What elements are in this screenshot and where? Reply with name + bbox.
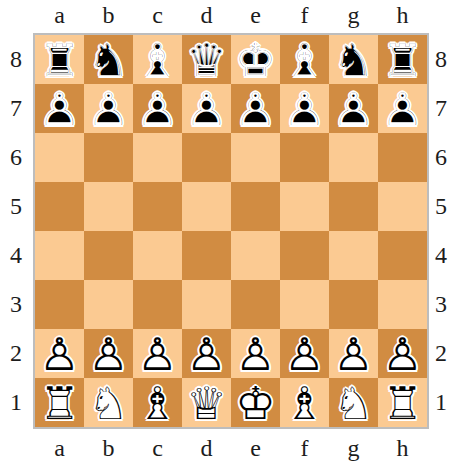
piece-outline-glyph: ♖ bbox=[378, 36, 427, 85]
piece-outline-glyph: ♗ bbox=[280, 379, 329, 428]
piece-outline-glyph: ♙ bbox=[84, 330, 133, 379]
piece-outline-glyph: ♙ bbox=[182, 330, 231, 379]
piece-wP-h2[interactable]: ♟♙ bbox=[378, 329, 427, 378]
square-h7[interactable]: ♟♙ bbox=[378, 84, 427, 133]
piece-outline-glyph: ♙ bbox=[329, 85, 378, 134]
piece-bP-f7[interactable]: ♟♙ bbox=[280, 84, 329, 133]
piece-wN-g1[interactable]: ♞♘ bbox=[329, 378, 378, 427]
square-d7[interactable]: ♟♙ bbox=[182, 84, 231, 133]
piece-wQ-d1[interactable]: ♛♕ bbox=[182, 378, 231, 427]
file-label-a: a bbox=[35, 0, 84, 31]
piece-wB-f1[interactable]: ♝♗ bbox=[280, 378, 329, 427]
rank-label-8: 8 bbox=[2, 35, 30, 84]
rank-label-3: 3 bbox=[2, 280, 30, 329]
square-c4[interactable] bbox=[133, 231, 182, 280]
piece-bR-h8[interactable]: ♜♖ bbox=[378, 35, 427, 84]
square-h5[interactable] bbox=[378, 182, 427, 231]
chess-diagram: abcdefgh abcdefgh 87654321 87654321 ♜♖♞♘… bbox=[0, 0, 474, 474]
square-b7[interactable]: ♟♙ bbox=[84, 84, 133, 133]
square-d5[interactable] bbox=[182, 182, 231, 231]
square-d6[interactable] bbox=[182, 133, 231, 182]
file-label-b: b bbox=[84, 0, 133, 31]
piece-outline-glyph: ♙ bbox=[133, 85, 182, 134]
square-d1[interactable]: ♛♕ bbox=[182, 378, 231, 427]
piece-outline-glyph: ♕ bbox=[182, 379, 231, 428]
square-b6[interactable] bbox=[84, 133, 133, 182]
piece-wB-c1[interactable]: ♝♗ bbox=[133, 378, 182, 427]
piece-outline-glyph: ♙ bbox=[84, 85, 133, 134]
file-label-e: e bbox=[231, 431, 280, 465]
piece-bP-b7[interactable]: ♟♙ bbox=[84, 84, 133, 133]
square-g4[interactable] bbox=[329, 231, 378, 280]
piece-bN-b8[interactable]: ♞♘ bbox=[84, 35, 133, 84]
file-label-a: a bbox=[35, 431, 84, 465]
piece-wP-g2[interactable]: ♟♙ bbox=[329, 329, 378, 378]
square-d8[interactable]: ♛♕ bbox=[182, 35, 231, 84]
rank-label-7: 7 bbox=[2, 84, 30, 133]
square-c7[interactable]: ♟♙ bbox=[133, 84, 182, 133]
piece-bN-g8[interactable]: ♞♘ bbox=[329, 35, 378, 84]
piece-outline-glyph: ♙ bbox=[231, 330, 280, 379]
file-label-f: f bbox=[280, 431, 329, 465]
piece-outline-glyph: ♕ bbox=[182, 36, 231, 85]
piece-outline-glyph: ♙ bbox=[378, 330, 427, 379]
piece-outline-glyph: ♗ bbox=[280, 36, 329, 85]
piece-outline-glyph: ♙ bbox=[35, 330, 84, 379]
square-a5[interactable] bbox=[35, 182, 84, 231]
square-f7[interactable]: ♟♙ bbox=[280, 84, 329, 133]
piece-wR-a1[interactable]: ♜♖ bbox=[35, 378, 84, 427]
file-label-h: h bbox=[378, 0, 427, 31]
square-c5[interactable] bbox=[133, 182, 182, 231]
square-c8[interactable]: ♝♗ bbox=[133, 35, 182, 84]
square-e8[interactable]: ♚♔ bbox=[231, 35, 280, 84]
square-a6[interactable] bbox=[35, 133, 84, 182]
file-label-g: g bbox=[329, 0, 378, 31]
piece-wN-b1[interactable]: ♞♘ bbox=[84, 378, 133, 427]
file-labels-top: abcdefgh bbox=[35, 0, 427, 31]
piece-outline-glyph: ♘ bbox=[329, 36, 378, 85]
rank-label-1: 1 bbox=[427, 378, 455, 427]
file-label-e: e bbox=[231, 0, 280, 31]
piece-bK-e8[interactable]: ♚♔ bbox=[231, 35, 280, 84]
rank-label-1: 1 bbox=[2, 378, 30, 427]
square-b4[interactable] bbox=[84, 231, 133, 280]
piece-outline-glyph: ♔ bbox=[231, 36, 280, 85]
rank-label-4: 4 bbox=[427, 231, 455, 280]
piece-outline-glyph: ♖ bbox=[35, 36, 84, 85]
rank-label-6: 6 bbox=[427, 133, 455, 182]
square-g8[interactable]: ♞♘ bbox=[329, 35, 378, 84]
rank-label-5: 5 bbox=[2, 182, 30, 231]
square-b5[interactable] bbox=[84, 182, 133, 231]
piece-bP-h7[interactable]: ♟♙ bbox=[378, 84, 427, 133]
square-d3[interactable] bbox=[182, 280, 231, 329]
square-g1[interactable]: ♞♘ bbox=[329, 378, 378, 427]
chess-board: ♜♖♞♘♝♗♛♕♚♔♝♗♞♘♜♖♟♙♟♙♟♙♟♙♟♙♟♙♟♙♟♙♟♙♟♙♟♙♟♙… bbox=[33, 33, 429, 429]
square-g5[interactable] bbox=[329, 182, 378, 231]
piece-wR-h1[interactable]: ♜♖ bbox=[378, 378, 427, 427]
file-label-b: b bbox=[84, 431, 133, 465]
square-a4[interactable] bbox=[35, 231, 84, 280]
file-label-c: c bbox=[133, 431, 182, 465]
rank-labels-left: 87654321 bbox=[2, 35, 30, 427]
piece-outline-glyph: ♙ bbox=[133, 330, 182, 379]
square-h3[interactable] bbox=[378, 280, 427, 329]
square-h6[interactable] bbox=[378, 133, 427, 182]
piece-bB-f8[interactable]: ♝♗ bbox=[280, 35, 329, 84]
square-a8[interactable]: ♜♖ bbox=[35, 35, 84, 84]
piece-outline-glyph: ♗ bbox=[133, 379, 182, 428]
rank-label-3: 3 bbox=[427, 280, 455, 329]
piece-bP-d7[interactable]: ♟♙ bbox=[182, 84, 231, 133]
piece-wK-e1[interactable]: ♚♔ bbox=[231, 378, 280, 427]
rank-label-2: 2 bbox=[427, 329, 455, 378]
square-c3[interactable] bbox=[133, 280, 182, 329]
piece-outline-glyph: ♗ bbox=[133, 36, 182, 85]
rank-label-4: 4 bbox=[2, 231, 30, 280]
piece-bP-c7[interactable]: ♟♙ bbox=[133, 84, 182, 133]
square-d4[interactable] bbox=[182, 231, 231, 280]
rank-label-2: 2 bbox=[2, 329, 30, 378]
square-b8[interactable]: ♞♘ bbox=[84, 35, 133, 84]
square-g3[interactable] bbox=[329, 280, 378, 329]
square-e3[interactable] bbox=[231, 280, 280, 329]
piece-wP-a2[interactable]: ♟♙ bbox=[35, 329, 84, 378]
piece-bR-a8[interactable]: ♜♖ bbox=[35, 35, 84, 84]
square-a3[interactable] bbox=[35, 280, 84, 329]
square-h2[interactable]: ♟♙ bbox=[378, 329, 427, 378]
file-label-h: h bbox=[378, 431, 427, 465]
piece-outline-glyph: ♙ bbox=[378, 85, 427, 134]
piece-wP-e2[interactable]: ♟♙ bbox=[231, 329, 280, 378]
piece-bB-c8[interactable]: ♝♗ bbox=[133, 35, 182, 84]
square-f8[interactable]: ♝♗ bbox=[280, 35, 329, 84]
piece-outline-glyph: ♖ bbox=[378, 379, 427, 428]
square-g7[interactable]: ♟♙ bbox=[329, 84, 378, 133]
square-g2[interactable]: ♟♙ bbox=[329, 329, 378, 378]
piece-wP-d2[interactable]: ♟♙ bbox=[182, 329, 231, 378]
file-label-c: c bbox=[133, 0, 182, 31]
square-e1[interactable]: ♚♔ bbox=[231, 378, 280, 427]
square-h8[interactable]: ♜♖ bbox=[378, 35, 427, 84]
square-a1[interactable]: ♜♖ bbox=[35, 378, 84, 427]
piece-outline-glyph: ♙ bbox=[182, 85, 231, 134]
piece-outline-glyph: ♙ bbox=[280, 85, 329, 134]
piece-bP-a7[interactable]: ♟♙ bbox=[35, 84, 84, 133]
piece-outline-glyph: ♘ bbox=[84, 379, 133, 428]
square-g6[interactable] bbox=[329, 133, 378, 182]
square-e5[interactable] bbox=[231, 182, 280, 231]
rank-label-6: 6 bbox=[2, 133, 30, 182]
file-labels-bottom: abcdefgh bbox=[35, 431, 427, 465]
piece-wP-c2[interactable]: ♟♙ bbox=[133, 329, 182, 378]
square-f4[interactable] bbox=[280, 231, 329, 280]
square-f2[interactable]: ♟♙ bbox=[280, 329, 329, 378]
piece-outline-glyph: ♙ bbox=[231, 85, 280, 134]
piece-outline-glyph: ♙ bbox=[280, 330, 329, 379]
piece-bP-e7[interactable]: ♟♙ bbox=[231, 84, 280, 133]
piece-outline-glyph: ♘ bbox=[329, 379, 378, 428]
piece-bQ-d8[interactable]: ♛♕ bbox=[182, 35, 231, 84]
square-h4[interactable] bbox=[378, 231, 427, 280]
file-label-d: d bbox=[182, 0, 231, 31]
piece-wP-f2[interactable]: ♟♙ bbox=[280, 329, 329, 378]
square-d2[interactable]: ♟♙ bbox=[182, 329, 231, 378]
square-f3[interactable] bbox=[280, 280, 329, 329]
rank-labels-right: 87654321 bbox=[427, 35, 455, 427]
square-a7[interactable]: ♟♙ bbox=[35, 84, 84, 133]
piece-bP-g7[interactable]: ♟♙ bbox=[329, 84, 378, 133]
square-f6[interactable] bbox=[280, 133, 329, 182]
rank-label-8: 8 bbox=[427, 35, 455, 84]
piece-outline-glyph: ♙ bbox=[329, 330, 378, 379]
square-b3[interactable] bbox=[84, 280, 133, 329]
piece-outline-glyph: ♘ bbox=[84, 36, 133, 85]
square-e7[interactable]: ♟♙ bbox=[231, 84, 280, 133]
piece-outline-glyph: ♙ bbox=[35, 85, 84, 134]
square-c6[interactable] bbox=[133, 133, 182, 182]
file-label-d: d bbox=[182, 431, 231, 465]
piece-outline-glyph: ♔ bbox=[231, 379, 280, 428]
square-c1[interactable]: ♝♗ bbox=[133, 378, 182, 427]
square-e4[interactable] bbox=[231, 231, 280, 280]
piece-outline-glyph: ♖ bbox=[35, 379, 84, 428]
piece-wP-b2[interactable]: ♟♙ bbox=[84, 329, 133, 378]
square-c2[interactable]: ♟♙ bbox=[133, 329, 182, 378]
square-f1[interactable]: ♝♗ bbox=[280, 378, 329, 427]
rank-label-7: 7 bbox=[427, 84, 455, 133]
square-a2[interactable]: ♟♙ bbox=[35, 329, 84, 378]
square-e6[interactable] bbox=[231, 133, 280, 182]
file-label-f: f bbox=[280, 0, 329, 31]
square-b1[interactable]: ♞♘ bbox=[84, 378, 133, 427]
square-b2[interactable]: ♟♙ bbox=[84, 329, 133, 378]
square-h1[interactable]: ♜♖ bbox=[378, 378, 427, 427]
square-f5[interactable] bbox=[280, 182, 329, 231]
file-label-g: g bbox=[329, 431, 378, 465]
rank-label-5: 5 bbox=[427, 182, 455, 231]
square-e2[interactable]: ♟♙ bbox=[231, 329, 280, 378]
